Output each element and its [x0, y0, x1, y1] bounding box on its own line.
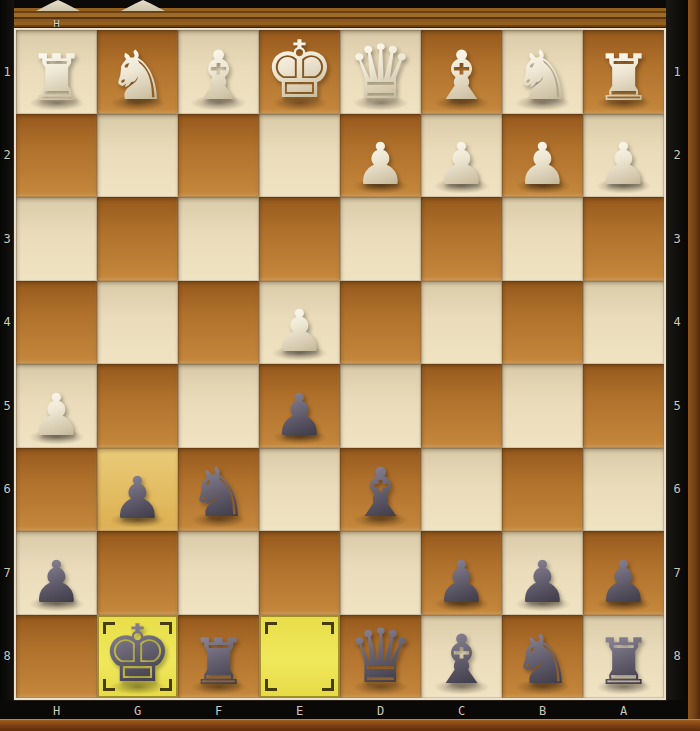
square-a2[interactable]: ♟: [583, 114, 664, 198]
square-c7[interactable]: ♟: [421, 531, 502, 615]
black-bishop[interactable]: ♝: [350, 459, 411, 527]
square-d4[interactable]: [340, 281, 421, 365]
black-queen[interactable]: ♛: [347, 619, 414, 694]
square-d5[interactable]: [340, 364, 421, 448]
black-pawn[interactable]: ♟: [112, 469, 164, 527]
board-frame-top-wood: [8, 8, 674, 28]
square-a4[interactable]: [583, 281, 664, 365]
square-g3[interactable]: [97, 197, 178, 281]
square-h5[interactable]: ♟: [16, 364, 97, 448]
white-bishop[interactable]: ♝: [431, 42, 492, 110]
board-border: ♜♞♝♚♛♝♞♜♟♟♟♟♟♟♟♟♞♝♟♟♟♟♚♜♛♝♞♜: [14, 28, 666, 700]
square-h3[interactable]: [16, 197, 97, 281]
square-b6[interactable]: [502, 448, 583, 532]
square-h4[interactable]: [16, 281, 97, 365]
square-c2[interactable]: ♟: [421, 114, 502, 198]
white-knight[interactable]: ♞: [512, 42, 573, 110]
white-pawn[interactable]: ♟: [31, 386, 83, 444]
square-h8[interactable]: [16, 615, 97, 699]
black-rook[interactable]: ♜: [190, 630, 247, 694]
board-frame-bottom-wood: [0, 719, 700, 731]
square-e8[interactable]: [259, 615, 340, 699]
file-labels-strip-bottom: [0, 700, 688, 719]
rank-label-right-8: 8: [670, 650, 684, 662]
square-d2[interactable]: ♟: [340, 114, 421, 198]
square-g5[interactable]: [97, 364, 178, 448]
white-pawn[interactable]: ♟: [517, 135, 569, 193]
rank-labels-strip-right: [666, 0, 688, 719]
square-c4[interactable]: [421, 281, 502, 365]
square-f2[interactable]: [178, 114, 259, 198]
square-c1[interactable]: ♝: [421, 30, 502, 114]
file-label-bottom-F: F: [204, 705, 234, 717]
square-c6[interactable]: [421, 448, 502, 532]
rank-label-right-5: 5: [670, 400, 684, 412]
square-e3[interactable]: [259, 197, 340, 281]
square-e6[interactable]: [259, 448, 340, 532]
black-rook[interactable]: ♜: [595, 630, 652, 694]
square-e5[interactable]: ♟: [259, 364, 340, 448]
rank-label-left-7: 7: [0, 567, 14, 579]
square-h6[interactable]: [16, 448, 97, 532]
rank-label-right-6: 6: [670, 483, 684, 495]
square-f7[interactable]: [178, 531, 259, 615]
square-b3[interactable]: [502, 197, 583, 281]
square-a1[interactable]: ♜: [583, 30, 664, 114]
square-e1[interactable]: ♚: [259, 30, 340, 114]
rank-label-right-3: 3: [670, 233, 684, 245]
white-pawn[interactable]: ♟: [355, 135, 407, 193]
square-a3[interactable]: [583, 197, 664, 281]
rank-label-left-6: 6: [0, 483, 14, 495]
rank-label-left-8: 8: [0, 650, 14, 662]
square-g4[interactable]: [97, 281, 178, 365]
black-pawn[interactable]: ♟: [517, 553, 569, 611]
square-a8[interactable]: ♜: [583, 615, 664, 699]
square-d7[interactable]: [340, 531, 421, 615]
rank-label-left-5: 5: [0, 400, 14, 412]
square-e7[interactable]: [259, 531, 340, 615]
chess-app-window: ♜♞♝♚♛♝♞♜♟♟♟♟♟♟♟♟♞♝♟♟♟♟♚♜♛♝♞♜ 11223344556…: [0, 0, 700, 731]
rank-labels-strip-left: [0, 0, 14, 719]
file-label-bottom-C: C: [447, 705, 477, 717]
square-a5[interactable]: [583, 364, 664, 448]
square-f5[interactable]: [178, 364, 259, 448]
white-pawn[interactable]: ♟: [598, 135, 650, 193]
square-d1[interactable]: ♛: [340, 30, 421, 114]
white-pawn-icon: [121, 0, 165, 11]
file-label-bottom-A: A: [609, 705, 639, 717]
square-a7[interactable]: ♟: [583, 531, 664, 615]
square-f6[interactable]: ♞: [178, 448, 259, 532]
square-b2[interactable]: ♟: [502, 114, 583, 198]
rank-label-left-2: 2: [0, 149, 14, 161]
rank-label-left-4: 4: [0, 316, 14, 328]
square-f8[interactable]: ♜: [178, 615, 259, 699]
square-d8[interactable]: ♛: [340, 615, 421, 699]
black-knight[interactable]: ♞: [188, 459, 249, 527]
file-label-bottom-D: D: [366, 705, 396, 717]
square-b8[interactable]: ♞: [502, 615, 583, 699]
square-g1[interactable]: ♞: [97, 30, 178, 114]
square-h2[interactable]: [16, 114, 97, 198]
black-king[interactable]: ♚: [102, 615, 173, 694]
black-pawn[interactable]: ♟: [436, 553, 488, 611]
white-rook[interactable]: ♜: [28, 46, 85, 110]
rank-label-right-2: 2: [670, 149, 684, 161]
rank-label-right-7: 7: [670, 567, 684, 579]
black-pawn[interactable]: ♟: [31, 553, 83, 611]
square-b1[interactable]: ♞: [502, 30, 583, 114]
square-a6[interactable]: [583, 448, 664, 532]
square-b5[interactable]: [502, 364, 583, 448]
white-pawn[interactable]: ♟: [436, 135, 488, 193]
rank-label-right-1: 1: [670, 66, 684, 78]
square-g7[interactable]: [97, 531, 178, 615]
chess-board: ♜♞♝♚♛♝♞♜♟♟♟♟♟♟♟♟♞♝♟♟♟♟♚♜♛♝♞♜: [16, 30, 664, 698]
black-pawn[interactable]: ♟: [598, 553, 650, 611]
square-f3[interactable]: [178, 197, 259, 281]
square-b7[interactable]: ♟: [502, 531, 583, 615]
square-c8[interactable]: ♝: [421, 615, 502, 699]
board-frame-right-wood: [688, 0, 700, 719]
square-f4[interactable]: [178, 281, 259, 365]
rank-label-right-4: 4: [670, 316, 684, 328]
black-knight[interactable]: ♞: [512, 626, 573, 694]
white-pawn[interactable]: ♟: [274, 302, 326, 360]
square-h1[interactable]: ♜: [16, 30, 97, 114]
rank-label-left-1: 1: [0, 66, 14, 78]
file-label-bottom-E: E: [285, 705, 315, 717]
black-bishop[interactable]: ♝: [431, 626, 492, 694]
white-knight[interactable]: ♞: [107, 42, 168, 110]
white-queen[interactable]: ♛: [347, 35, 414, 110]
square-h7[interactable]: ♟: [16, 531, 97, 615]
square-f1[interactable]: ♝: [178, 30, 259, 114]
white-pawn-icon: [36, 0, 80, 11]
file-label-bottom-B: B: [528, 705, 558, 717]
rank-label-left-3: 3: [0, 233, 14, 245]
white-king[interactable]: ♚: [264, 31, 335, 110]
square-d6[interactable]: ♝: [340, 448, 421, 532]
square-d3[interactable]: [340, 197, 421, 281]
square-e2[interactable]: [259, 114, 340, 198]
square-c3[interactable]: [421, 197, 502, 281]
black-pawn[interactable]: ♟: [274, 386, 326, 444]
square-c5[interactable]: [421, 364, 502, 448]
white-bishop[interactable]: ♝: [188, 42, 249, 110]
file-label-bottom-G: G: [123, 705, 153, 717]
square-b4[interactable]: [502, 281, 583, 365]
square-g2[interactable]: [97, 114, 178, 198]
square-g6[interactable]: ♟: [97, 448, 178, 532]
square-g8[interactable]: ♚: [97, 615, 178, 699]
file-label-bottom-H: H: [42, 705, 72, 717]
square-e4[interactable]: ♟: [259, 281, 340, 365]
white-rook[interactable]: ♜: [595, 46, 652, 110]
